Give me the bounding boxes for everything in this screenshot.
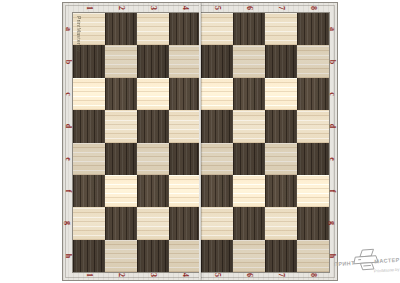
- square-c1[interactable]: [73, 78, 105, 110]
- coord-label-6: 6: [245, 6, 253, 10]
- coords-right: abcdefgh: [327, 13, 337, 272]
- square-a4[interactable]: [169, 13, 201, 45]
- square-c6[interactable]: [233, 78, 265, 110]
- square-d5[interactable]: [201, 110, 233, 142]
- watermark-logo: ПРИНТ МАСТЕР PrintMaster.by: [332, 245, 400, 283]
- coord-label-5: 5: [213, 6, 221, 10]
- square-b8[interactable]: [297, 45, 329, 77]
- coord-label-8: 8: [309, 273, 317, 277]
- square-f5[interactable]: [201, 175, 233, 207]
- coord-label-3: 3: [149, 6, 157, 10]
- chess-board: 12345678 12345678 abcdefgh abcdefgh Prin…: [62, 2, 338, 281]
- square-a3[interactable]: [137, 13, 169, 45]
- square-h3[interactable]: [137, 240, 169, 272]
- square-c4[interactable]: [169, 78, 201, 110]
- square-c7[interactable]: [265, 78, 297, 110]
- square-e1[interactable]: [73, 143, 105, 175]
- square-g7[interactable]: [265, 207, 297, 239]
- coord-label-g: g: [64, 221, 72, 225]
- square-b7[interactable]: [265, 45, 297, 77]
- square-c3[interactable]: [137, 78, 169, 110]
- square-e2[interactable]: [105, 143, 137, 175]
- coord-label-g: g: [328, 221, 336, 225]
- coord-label-f: f: [328, 190, 336, 193]
- square-a2[interactable]: [105, 13, 137, 45]
- coord-label-e: e: [64, 157, 72, 161]
- square-c8[interactable]: [297, 78, 329, 110]
- square-h6[interactable]: [233, 240, 265, 272]
- square-e5[interactable]: [201, 143, 233, 175]
- coord-label-c: c: [328, 92, 336, 96]
- square-c2[interactable]: [105, 78, 137, 110]
- coord-label-f: f: [64, 190, 72, 193]
- square-g1[interactable]: [73, 207, 105, 239]
- square-g6[interactable]: [233, 207, 265, 239]
- coord-label-5: 5: [213, 273, 221, 277]
- fold-seam: [199, 3, 201, 280]
- square-h4[interactable]: [169, 240, 201, 272]
- square-a7[interactable]: [265, 13, 297, 45]
- coord-label-d: d: [328, 124, 336, 128]
- coord-label-7: 7: [277, 273, 285, 277]
- square-e3[interactable]: [137, 143, 169, 175]
- square-h2[interactable]: [105, 240, 137, 272]
- coord-label-d: d: [64, 124, 72, 128]
- coord-label-b: b: [64, 59, 72, 63]
- coord-label-8: 8: [309, 6, 317, 10]
- square-g3[interactable]: [137, 207, 169, 239]
- square-g5[interactable]: [201, 207, 233, 239]
- square-d6[interactable]: [233, 110, 265, 142]
- square-a6[interactable]: [233, 13, 265, 45]
- square-h8[interactable]: [297, 240, 329, 272]
- square-d4[interactable]: [169, 110, 201, 142]
- square-d7[interactable]: [265, 110, 297, 142]
- square-e7[interactable]: [265, 143, 297, 175]
- coord-label-a: a: [64, 27, 72, 31]
- square-f1[interactable]: [73, 175, 105, 207]
- square-b3[interactable]: [137, 45, 169, 77]
- coords-bottom: 12345678: [73, 270, 329, 280]
- coord-label-e: e: [328, 157, 336, 161]
- square-f8[interactable]: [297, 175, 329, 207]
- coord-label-1: 1: [85, 273, 93, 277]
- square-f7[interactable]: [265, 175, 297, 207]
- coords-left: abcdefgh: [63, 13, 73, 272]
- square-a8[interactable]: [297, 13, 329, 45]
- square-g4[interactable]: [169, 207, 201, 239]
- coord-label-h: h: [64, 254, 72, 258]
- coord-label-a: a: [328, 27, 336, 31]
- coord-label-7: 7: [277, 6, 285, 10]
- square-e4[interactable]: [169, 143, 201, 175]
- coord-label-b: b: [328, 59, 336, 63]
- square-d3[interactable]: [137, 110, 169, 142]
- coord-label-4: 4: [181, 6, 189, 10]
- square-c5[interactable]: [201, 78, 233, 110]
- square-b4[interactable]: [169, 45, 201, 77]
- coord-label-1: 1: [85, 6, 93, 10]
- square-f4[interactable]: [169, 175, 201, 207]
- watermark-caption: PrintMaster.by: [374, 267, 400, 274]
- square-d2[interactable]: [105, 110, 137, 142]
- square-g8[interactable]: [297, 207, 329, 239]
- square-b6[interactable]: [233, 45, 265, 77]
- coords-top: 12345678: [73, 3, 329, 13]
- square-d8[interactable]: [297, 110, 329, 142]
- square-e8[interactable]: [297, 143, 329, 175]
- square-f2[interactable]: [105, 175, 137, 207]
- coord-label-6: 6: [245, 273, 253, 277]
- square-d1[interactable]: [73, 110, 105, 142]
- coord-label-3: 3: [149, 273, 157, 277]
- square-h1[interactable]: [73, 240, 105, 272]
- board-squares: [73, 13, 329, 272]
- square-b5[interactable]: [201, 45, 233, 77]
- watermark-word-right: МАСТЕР: [374, 257, 400, 265]
- coord-label-2: 2: [117, 273, 125, 277]
- brand-text-vertical: PrintMaster.by: [76, 16, 82, 52]
- square-g2[interactable]: [105, 207, 137, 239]
- square-b2[interactable]: [105, 45, 137, 77]
- coord-label-2: 2: [117, 6, 125, 10]
- coord-label-4: 4: [181, 273, 189, 277]
- square-a5[interactable]: [201, 13, 233, 45]
- square-f6[interactable]: [233, 175, 265, 207]
- square-e6[interactable]: [233, 143, 265, 175]
- coord-label-c: c: [64, 92, 72, 96]
- square-h5[interactable]: [201, 240, 233, 272]
- square-f3[interactable]: [137, 175, 169, 207]
- square-h7[interactable]: [265, 240, 297, 272]
